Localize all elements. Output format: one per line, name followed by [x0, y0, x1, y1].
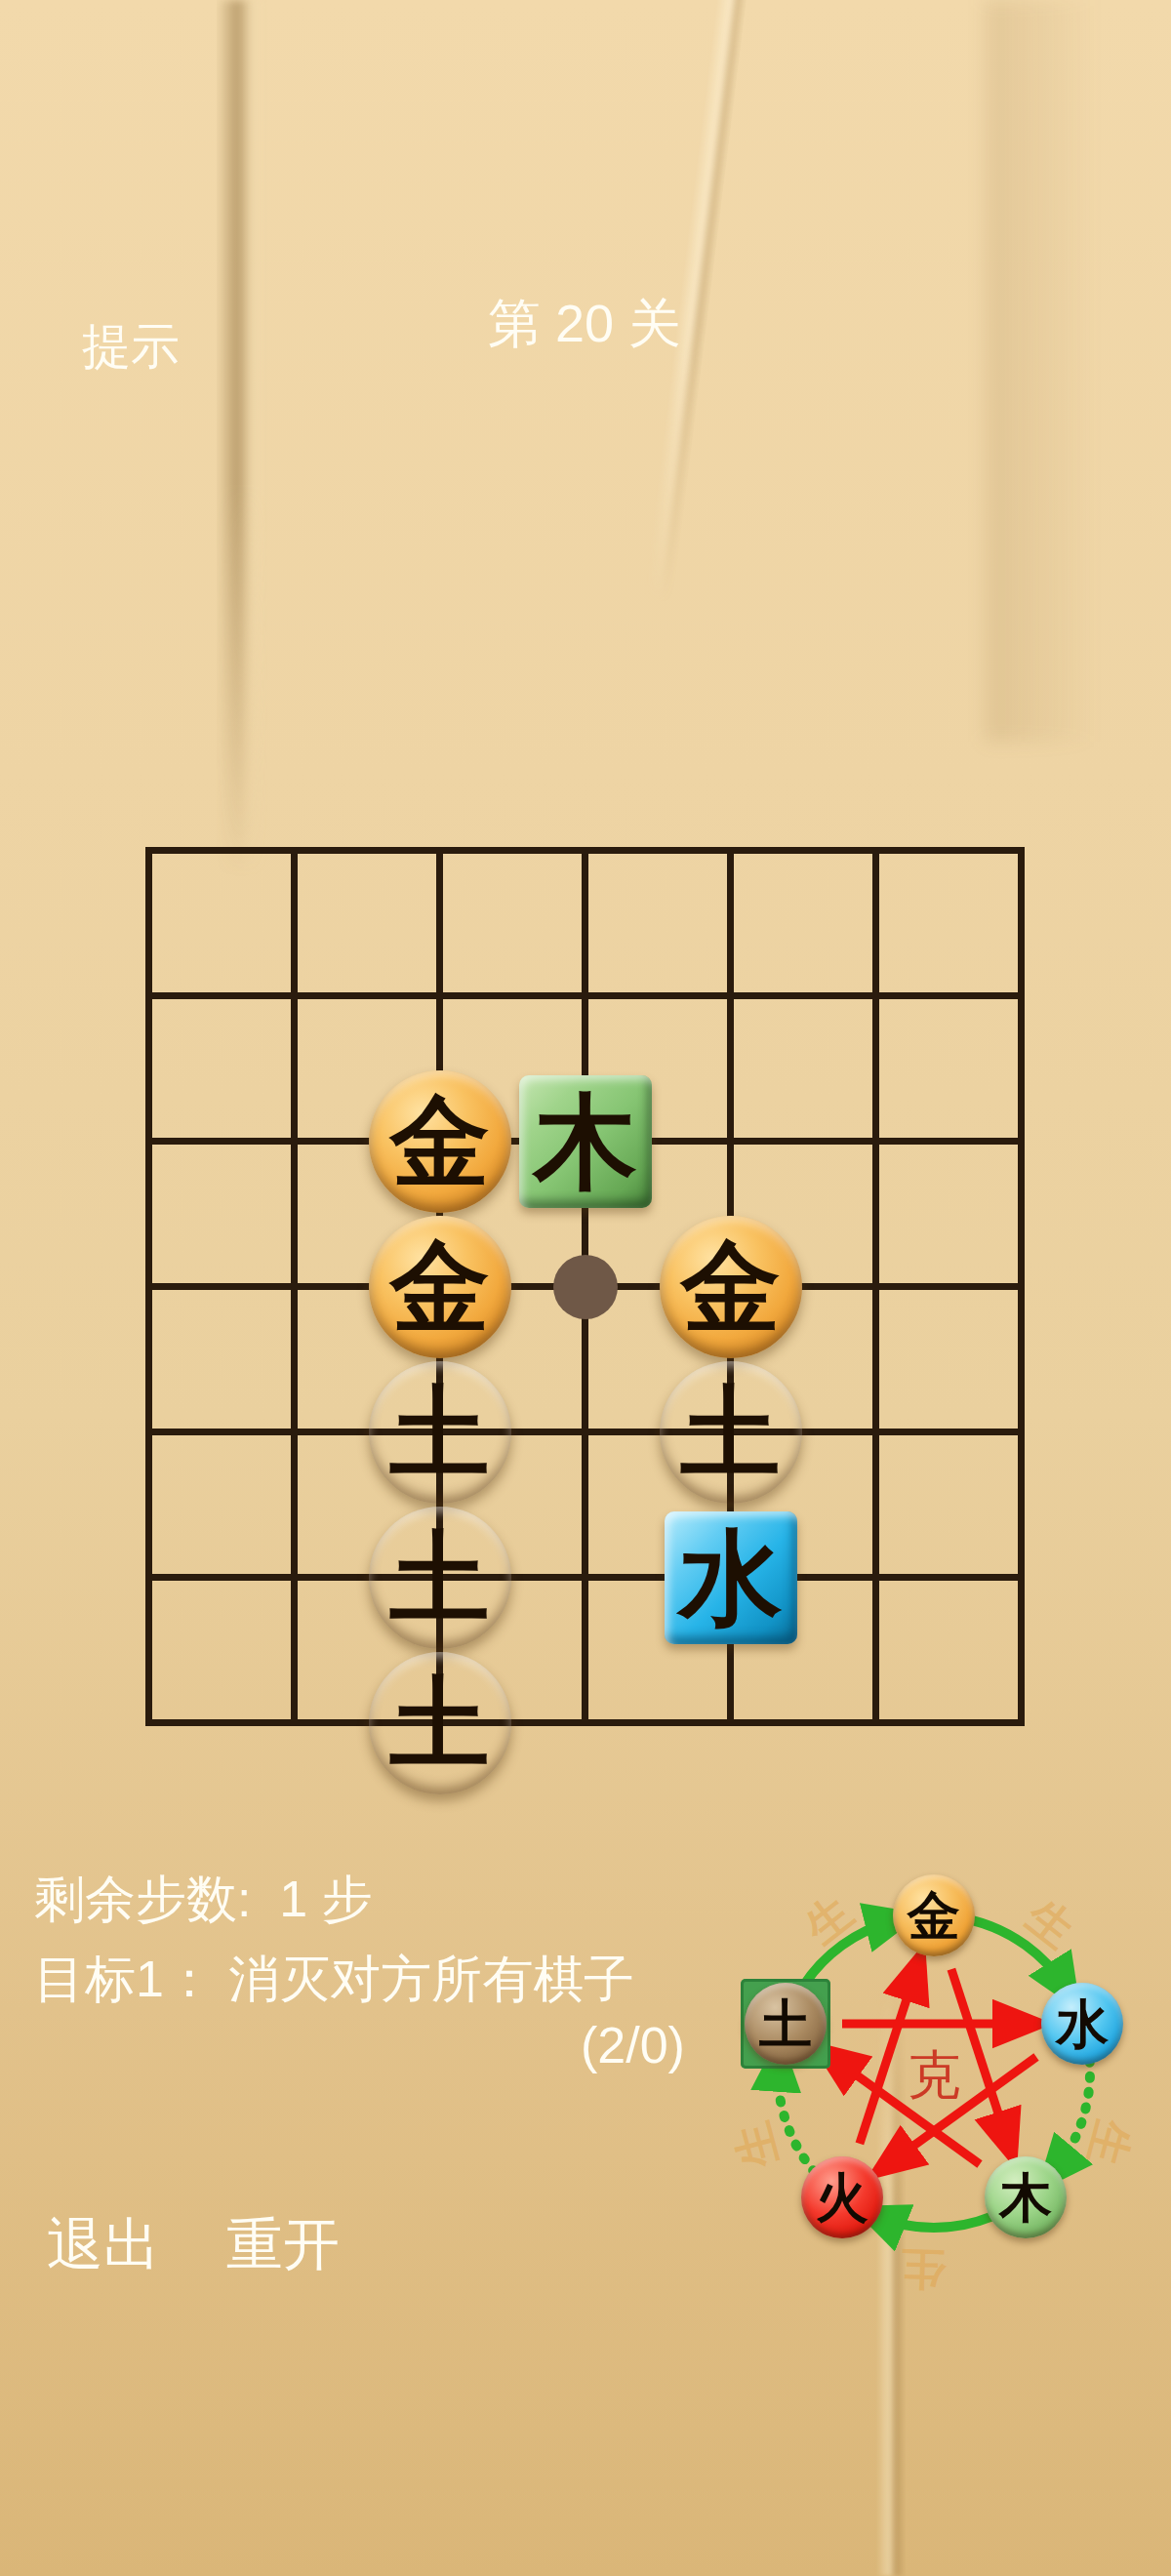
level-title: 第 20 关 — [488, 289, 681, 360]
water-element-node: 水 — [1041, 1983, 1123, 2065]
goal-text: 目标1： 消灭对方所有棋子 — [34, 1946, 634, 2014]
cloth-fold-decoration — [217, 0, 267, 878]
goal-progress-text: (2/0) — [581, 2016, 685, 2074]
sheng-cycle-label: 生 — [900, 2236, 947, 2299]
piece-tu[interactable]: 土 — [369, 1652, 511, 1794]
piece-tu[interactable]: 土 — [369, 1361, 511, 1504]
piece-jin[interactable]: 金 — [660, 1216, 802, 1358]
remaining-moves-text: 剩余步数: 1 步 — [34, 1866, 373, 1934]
move-target-dot[interactable] — [553, 1255, 618, 1319]
hint-button[interactable]: 提示 — [82, 314, 180, 380]
piece-jin[interactable]: 金 — [369, 1216, 511, 1358]
piece-shui[interactable]: 水 — [665, 1511, 797, 1644]
five-elements-cycle-diagram: 生 生 生 生 生 金 水 木 火 土 克 — [747, 1849, 1156, 2283]
cloth-fold-decoration — [986, 0, 1171, 742]
piece-tu[interactable]: 土 — [660, 1361, 802, 1504]
wood-element-node: 木 — [985, 2156, 1067, 2238]
piece-jin[interactable]: 金 — [369, 1070, 511, 1213]
restart-button[interactable]: 重开 — [226, 2207, 340, 2283]
piece-mu[interactable]: 木 — [519, 1075, 652, 1208]
fire-element-node: 火 — [801, 2156, 883, 2238]
ke-cycle-label: 克 — [908, 2040, 960, 2112]
piece-tu[interactable]: 土 — [369, 1507, 511, 1649]
game-screen: 提示 第 20 关 金木金金土土土水土 剩余步数: 1 步 目标1： 消灭对方所… — [0, 0, 1171, 2576]
earth-element-node: 土 — [745, 1983, 827, 2065]
exit-button[interactable]: 退出 — [47, 2207, 160, 2283]
metal-element-node: 金 — [893, 1874, 975, 1956]
